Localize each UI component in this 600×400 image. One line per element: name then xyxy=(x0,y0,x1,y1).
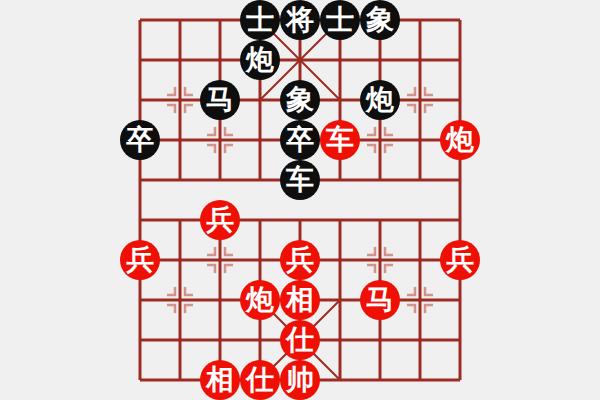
piece-black-cannon[interactable]: 炮 xyxy=(360,80,400,120)
piece-black-soldier[interactable]: 卒 xyxy=(280,120,320,160)
piece-black-elephant[interactable]: 象 xyxy=(360,0,400,40)
piece-red-advisor[interactable]: 仕 xyxy=(240,360,280,400)
piece-black-horse[interactable]: 马 xyxy=(200,80,240,120)
xiangqi-board[interactable]: 士将士象炮马象炮卒卒车炮车兵兵兵兵炮相马仕相仕帅 xyxy=(120,0,480,400)
piece-black-advisor[interactable]: 士 xyxy=(240,0,280,40)
piece-red-cannon[interactable]: 炮 xyxy=(240,280,280,320)
piece-red-cannon[interactable]: 炮 xyxy=(440,120,480,160)
piece-black-elephant[interactable]: 象 xyxy=(280,80,320,120)
piece-black-cannon[interactable]: 炮 xyxy=(240,40,280,80)
piece-red-elephant[interactable]: 相 xyxy=(280,280,320,320)
piece-red-soldier[interactable]: 兵 xyxy=(200,200,240,240)
piece-red-soldier[interactable]: 兵 xyxy=(120,240,160,280)
piece-red-horse[interactable]: 马 xyxy=(360,280,400,320)
xiangqi-app: 士将士象炮马象炮卒卒车炮车兵兵兵兵炮相马仕相仕帅 xyxy=(0,0,600,400)
piece-red-chariot[interactable]: 车 xyxy=(320,120,360,160)
piece-black-advisor[interactable]: 士 xyxy=(320,0,360,40)
piece-black-chariot[interactable]: 车 xyxy=(280,160,320,200)
piece-red-general[interactable]: 帅 xyxy=(280,360,320,400)
piece-red-advisor[interactable]: 仕 xyxy=(280,320,320,360)
piece-red-soldier[interactable]: 兵 xyxy=(280,240,320,280)
piece-red-soldier[interactable]: 兵 xyxy=(440,240,480,280)
piece-red-elephant[interactable]: 相 xyxy=(200,360,240,400)
piece-black-general[interactable]: 将 xyxy=(280,0,320,40)
piece-black-soldier[interactable]: 卒 xyxy=(120,120,160,160)
